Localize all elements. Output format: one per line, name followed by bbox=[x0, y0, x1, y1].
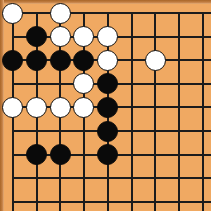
intersection-c5-r6[interactable] bbox=[96, 119, 120, 143]
intersection-c9-r7[interactable] bbox=[191, 143, 211, 167]
intersection-c2-r6[interactable] bbox=[24, 119, 48, 143]
white-stone bbox=[145, 50, 166, 71]
intersection-c3-r4[interactable] bbox=[48, 72, 72, 96]
intersection-c6-r2[interactable] bbox=[119, 25, 143, 49]
intersection-c9-r8[interactable] bbox=[191, 166, 211, 190]
intersection-c9-r3[interactable] bbox=[191, 48, 211, 72]
black-stone bbox=[26, 26, 47, 47]
intersection-c2-r2[interactable] bbox=[24, 25, 48, 49]
intersection-c7-r8[interactable] bbox=[143, 166, 167, 190]
intersection-c7-r9[interactable] bbox=[143, 190, 167, 211]
intersection-c1-r1[interactable] bbox=[1, 1, 25, 25]
intersection-c4-r1[interactable] bbox=[72, 1, 96, 25]
intersection-c3-r9[interactable] bbox=[48, 190, 72, 211]
intersection-c6-r9[interactable] bbox=[119, 190, 143, 211]
intersection-c3-r7[interactable] bbox=[48, 143, 72, 167]
intersection-c5-r9[interactable] bbox=[96, 190, 120, 211]
intersection-c7-r6[interactable] bbox=[143, 119, 167, 143]
intersection-c5-r4[interactable] bbox=[96, 72, 120, 96]
intersection-c5-r3[interactable] bbox=[96, 48, 120, 72]
white-stone bbox=[97, 26, 118, 47]
intersection-c6-r1[interactable] bbox=[119, 1, 143, 25]
intersection-c9-r9[interactable] bbox=[191, 190, 211, 211]
intersection-c7-r3[interactable] bbox=[143, 48, 167, 72]
intersection-c9-r2[interactable] bbox=[191, 25, 211, 49]
black-stone bbox=[50, 50, 71, 71]
intersection-c2-r1[interactable] bbox=[24, 1, 48, 25]
intersection-c3-r6[interactable] bbox=[48, 119, 72, 143]
black-stone bbox=[2, 50, 23, 71]
intersection-c4-r2[interactable] bbox=[72, 25, 96, 49]
intersection-c8-r6[interactable] bbox=[167, 119, 191, 143]
white-stone bbox=[26, 97, 47, 118]
black-stone bbox=[50, 144, 71, 165]
intersection-c3-r1[interactable] bbox=[48, 1, 72, 25]
intersection-c8-r4[interactable] bbox=[167, 72, 191, 96]
white-stone bbox=[73, 26, 94, 47]
intersection-c9-r1[interactable] bbox=[191, 1, 211, 25]
intersection-c1-r2[interactable] bbox=[1, 25, 25, 49]
intersection-c3-r8[interactable] bbox=[48, 166, 72, 190]
intersection-c2-r7[interactable] bbox=[24, 143, 48, 167]
white-stone bbox=[50, 26, 71, 47]
intersection-c4-r9[interactable] bbox=[72, 190, 96, 211]
intersection-c9-r6[interactable] bbox=[191, 119, 211, 143]
board-grid bbox=[1, 1, 211, 211]
intersection-c3-r5[interactable] bbox=[48, 96, 72, 120]
black-stone bbox=[97, 144, 118, 165]
intersection-c5-r8[interactable] bbox=[96, 166, 120, 190]
intersection-c7-r7[interactable] bbox=[143, 143, 167, 167]
intersection-c8-r9[interactable] bbox=[167, 190, 191, 211]
intersection-c1-r8[interactable] bbox=[1, 166, 25, 190]
white-stone bbox=[50, 97, 71, 118]
black-stone bbox=[73, 50, 94, 71]
intersection-c7-r4[interactable] bbox=[143, 72, 167, 96]
intersection-c6-r6[interactable] bbox=[119, 119, 143, 143]
intersection-c8-r2[interactable] bbox=[167, 25, 191, 49]
intersection-c5-r5[interactable] bbox=[96, 96, 120, 120]
intersection-c6-r8[interactable] bbox=[119, 166, 143, 190]
intersection-c1-r6[interactable] bbox=[1, 119, 25, 143]
intersection-c2-r3[interactable] bbox=[24, 48, 48, 72]
black-stone bbox=[97, 121, 118, 142]
white-stone bbox=[50, 3, 71, 24]
white-stone bbox=[73, 73, 94, 94]
intersection-c1-r5[interactable] bbox=[1, 96, 25, 120]
intersection-c9-r4[interactable] bbox=[191, 72, 211, 96]
intersection-c5-r1[interactable] bbox=[96, 1, 120, 25]
intersection-c4-r6[interactable] bbox=[72, 119, 96, 143]
black-stone bbox=[26, 144, 47, 165]
intersection-c1-r4[interactable] bbox=[1, 72, 25, 96]
intersection-c3-r2[interactable] bbox=[48, 25, 72, 49]
intersection-c2-r9[interactable] bbox=[24, 190, 48, 211]
intersection-c2-r5[interactable] bbox=[24, 96, 48, 120]
intersection-c2-r8[interactable] bbox=[24, 166, 48, 190]
intersection-c4-r5[interactable] bbox=[72, 96, 96, 120]
white-stone bbox=[2, 97, 23, 118]
intersection-c9-r5[interactable] bbox=[191, 96, 211, 120]
intersection-c4-r8[interactable] bbox=[72, 166, 96, 190]
intersection-c6-r5[interactable] bbox=[119, 96, 143, 120]
intersection-c4-r4[interactable] bbox=[72, 72, 96, 96]
intersection-c5-r2[interactable] bbox=[96, 25, 120, 49]
intersection-c3-r3[interactable] bbox=[48, 48, 72, 72]
black-stone bbox=[26, 50, 47, 71]
intersection-c1-r7[interactable] bbox=[1, 143, 25, 167]
white-stone bbox=[73, 97, 94, 118]
intersection-c6-r3[interactable] bbox=[119, 48, 143, 72]
intersection-c6-r4[interactable] bbox=[119, 72, 143, 96]
black-stone bbox=[97, 97, 118, 118]
intersection-c7-r5[interactable] bbox=[143, 96, 167, 120]
intersection-c4-r7[interactable] bbox=[72, 143, 96, 167]
intersection-c8-r3[interactable] bbox=[167, 48, 191, 72]
black-stone bbox=[97, 73, 118, 94]
intersection-c1-r3[interactable] bbox=[1, 48, 25, 72]
intersection-c1-r9[interactable] bbox=[1, 190, 25, 211]
intersection-c2-r4[interactable] bbox=[24, 72, 48, 96]
intersection-c7-r2[interactable] bbox=[143, 25, 167, 49]
white-stone bbox=[97, 50, 118, 71]
intersection-c8-r7[interactable] bbox=[167, 143, 191, 167]
intersection-c8-r1[interactable] bbox=[167, 1, 191, 25]
intersection-c8-r5[interactable] bbox=[167, 96, 191, 120]
intersection-c4-r3[interactable] bbox=[72, 48, 96, 72]
go-board bbox=[0, 0, 211, 211]
intersection-c6-r7[interactable] bbox=[119, 143, 143, 167]
intersection-c7-r1[interactable] bbox=[143, 1, 167, 25]
intersection-c5-r7[interactable] bbox=[96, 143, 120, 167]
white-stone bbox=[2, 3, 23, 24]
intersection-c8-r8[interactable] bbox=[167, 166, 191, 190]
